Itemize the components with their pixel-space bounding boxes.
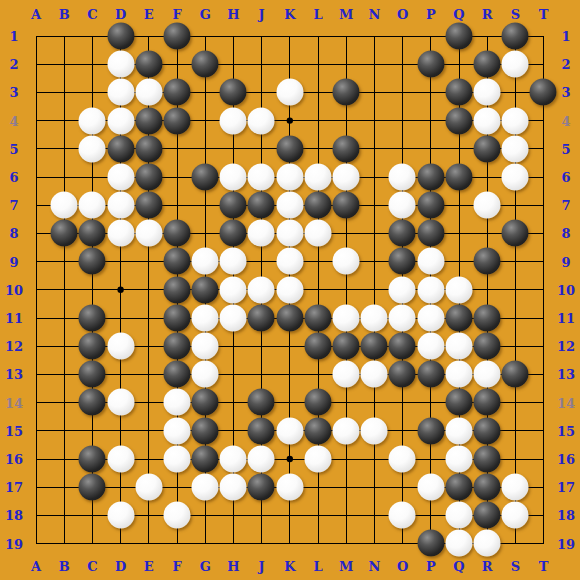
- intersection-O12[interactable]: [388, 332, 416, 360]
- intersection-T10[interactable]: [529, 276, 557, 304]
- intersection-Q12[interactable]: [445, 332, 473, 360]
- intersection-N2[interactable]: [360, 50, 388, 78]
- intersection-S10[interactable]: [501, 276, 529, 304]
- intersection-P15[interactable]: [417, 417, 445, 445]
- intersection-R11[interactable]: [473, 304, 501, 332]
- intersection-J1[interactable]: [247, 22, 275, 50]
- intersection-J15[interactable]: [247, 417, 275, 445]
- intersection-Q17[interactable]: [445, 473, 473, 501]
- intersection-K1[interactable]: [276, 22, 304, 50]
- intersection-A13[interactable]: [22, 360, 50, 388]
- intersection-K7[interactable]: [276, 191, 304, 219]
- intersection-E4[interactable]: [135, 106, 163, 134]
- intersection-N14[interactable]: [360, 388, 388, 416]
- intersection-C11[interactable]: [78, 304, 106, 332]
- intersection-M19[interactable]: [332, 529, 360, 557]
- intersection-Q16[interactable]: [445, 445, 473, 473]
- intersection-K17[interactable]: [276, 473, 304, 501]
- intersection-S14[interactable]: [501, 388, 529, 416]
- intersection-K18[interactable]: [276, 501, 304, 529]
- intersection-A10[interactable]: [22, 276, 50, 304]
- intersection-F9[interactable]: [163, 247, 191, 275]
- intersection-K13[interactable]: [276, 360, 304, 388]
- intersection-K12[interactable]: [276, 332, 304, 360]
- intersection-F19[interactable]: [163, 529, 191, 557]
- intersection-A12[interactable]: [22, 332, 50, 360]
- intersection-H12[interactable]: [219, 332, 247, 360]
- intersection-G18[interactable]: [191, 501, 219, 529]
- intersection-M2[interactable]: [332, 50, 360, 78]
- intersection-N17[interactable]: [360, 473, 388, 501]
- intersection-G1[interactable]: [191, 22, 219, 50]
- intersection-L18[interactable]: [304, 501, 332, 529]
- intersection-R17[interactable]: [473, 473, 501, 501]
- intersection-L8[interactable]: [304, 219, 332, 247]
- intersection-K3[interactable]: [276, 78, 304, 106]
- intersection-E17[interactable]: [135, 473, 163, 501]
- intersection-S11[interactable]: [501, 304, 529, 332]
- intersection-T14[interactable]: [529, 388, 557, 416]
- intersection-F5[interactable]: [163, 135, 191, 163]
- intersection-T19[interactable]: [529, 529, 557, 557]
- intersection-B17[interactable]: [50, 473, 78, 501]
- intersection-L15[interactable]: [304, 417, 332, 445]
- intersection-F4[interactable]: [163, 106, 191, 134]
- intersection-B15[interactable]: [50, 417, 78, 445]
- intersection-E7[interactable]: [135, 191, 163, 219]
- intersection-A7[interactable]: [22, 191, 50, 219]
- intersection-J4[interactable]: [247, 106, 275, 134]
- intersection-L4[interactable]: [304, 106, 332, 134]
- intersection-H8[interactable]: [219, 219, 247, 247]
- intersection-G12[interactable]: [191, 332, 219, 360]
- intersection-N18[interactable]: [360, 501, 388, 529]
- intersection-F8[interactable]: [163, 219, 191, 247]
- intersection-F18[interactable]: [163, 501, 191, 529]
- intersection-O3[interactable]: [388, 78, 416, 106]
- intersection-J3[interactable]: [247, 78, 275, 106]
- intersection-H1[interactable]: [219, 22, 247, 50]
- intersection-T8[interactable]: [529, 219, 557, 247]
- intersection-O9[interactable]: [388, 247, 416, 275]
- intersection-K10[interactable]: [276, 276, 304, 304]
- intersection-F11[interactable]: [163, 304, 191, 332]
- intersection-G10[interactable]: [191, 276, 219, 304]
- intersection-J10[interactable]: [247, 276, 275, 304]
- intersection-N19[interactable]: [360, 529, 388, 557]
- intersection-O17[interactable]: [388, 473, 416, 501]
- intersection-G19[interactable]: [191, 529, 219, 557]
- intersection-G8[interactable]: [191, 219, 219, 247]
- intersection-O1[interactable]: [388, 22, 416, 50]
- intersection-R15[interactable]: [473, 417, 501, 445]
- intersection-O18[interactable]: [388, 501, 416, 529]
- intersection-R4[interactable]: [473, 106, 501, 134]
- intersection-J14[interactable]: [247, 388, 275, 416]
- intersection-L12[interactable]: [304, 332, 332, 360]
- intersection-K11[interactable]: [276, 304, 304, 332]
- intersection-D3[interactable]: [106, 78, 134, 106]
- intersection-M7[interactable]: [332, 191, 360, 219]
- intersection-R6[interactable]: [473, 163, 501, 191]
- intersection-S19[interactable]: [501, 529, 529, 557]
- intersection-J13[interactable]: [247, 360, 275, 388]
- intersection-G7[interactable]: [191, 191, 219, 219]
- intersection-E19[interactable]: [135, 529, 163, 557]
- intersection-B13[interactable]: [50, 360, 78, 388]
- intersection-A18[interactable]: [22, 501, 50, 529]
- intersection-P7[interactable]: [417, 191, 445, 219]
- intersection-M12[interactable]: [332, 332, 360, 360]
- intersection-G2[interactable]: [191, 50, 219, 78]
- intersection-M6[interactable]: [332, 163, 360, 191]
- intersection-M11[interactable]: [332, 304, 360, 332]
- intersection-S12[interactable]: [501, 332, 529, 360]
- intersection-J16[interactable]: [247, 445, 275, 473]
- intersection-B7[interactable]: [50, 191, 78, 219]
- intersection-R18[interactable]: [473, 501, 501, 529]
- intersection-B4[interactable]: [50, 106, 78, 134]
- intersection-A15[interactable]: [22, 417, 50, 445]
- intersection-P1[interactable]: [417, 22, 445, 50]
- intersection-R2[interactable]: [473, 50, 501, 78]
- intersection-S7[interactable]: [501, 191, 529, 219]
- intersection-P5[interactable]: [417, 135, 445, 163]
- intersection-Q13[interactable]: [445, 360, 473, 388]
- intersection-R10[interactable]: [473, 276, 501, 304]
- intersection-K9[interactable]: [276, 247, 304, 275]
- intersection-S18[interactable]: [501, 501, 529, 529]
- intersection-A5[interactable]: [22, 135, 50, 163]
- intersection-J8[interactable]: [247, 219, 275, 247]
- intersection-M5[interactable]: [332, 135, 360, 163]
- intersection-C9[interactable]: [78, 247, 106, 275]
- intersection-M15[interactable]: [332, 417, 360, 445]
- intersection-N7[interactable]: [360, 191, 388, 219]
- intersection-P19[interactable]: [417, 529, 445, 557]
- intersection-E9[interactable]: [135, 247, 163, 275]
- intersection-E12[interactable]: [135, 332, 163, 360]
- intersection-C8[interactable]: [78, 219, 106, 247]
- intersection-M16[interactable]: [332, 445, 360, 473]
- intersection-P18[interactable]: [417, 501, 445, 529]
- intersection-K8[interactable]: [276, 219, 304, 247]
- intersection-A9[interactable]: [22, 247, 50, 275]
- intersection-C5[interactable]: [78, 135, 106, 163]
- intersection-Q6[interactable]: [445, 163, 473, 191]
- intersection-B16[interactable]: [50, 445, 78, 473]
- intersection-B2[interactable]: [50, 50, 78, 78]
- intersection-B6[interactable]: [50, 163, 78, 191]
- intersection-R8[interactable]: [473, 219, 501, 247]
- intersection-K5[interactable]: [276, 135, 304, 163]
- intersection-S6[interactable]: [501, 163, 529, 191]
- intersection-R19[interactable]: [473, 529, 501, 557]
- intersection-O2[interactable]: [388, 50, 416, 78]
- intersection-T1[interactable]: [529, 22, 557, 50]
- intersection-H2[interactable]: [219, 50, 247, 78]
- intersection-Q10[interactable]: [445, 276, 473, 304]
- intersection-T2[interactable]: [529, 50, 557, 78]
- intersection-Q9[interactable]: [445, 247, 473, 275]
- intersection-D19[interactable]: [106, 529, 134, 557]
- intersection-O7[interactable]: [388, 191, 416, 219]
- intersection-B12[interactable]: [50, 332, 78, 360]
- intersection-K6[interactable]: [276, 163, 304, 191]
- intersection-A6[interactable]: [22, 163, 50, 191]
- intersection-A1[interactable]: [22, 22, 50, 50]
- intersection-O5[interactable]: [388, 135, 416, 163]
- intersection-P2[interactable]: [417, 50, 445, 78]
- intersection-S1[interactable]: [501, 22, 529, 50]
- intersection-M4[interactable]: [332, 106, 360, 134]
- intersection-Q11[interactable]: [445, 304, 473, 332]
- intersection-C15[interactable]: [78, 417, 106, 445]
- intersection-J6[interactable]: [247, 163, 275, 191]
- intersection-S3[interactable]: [501, 78, 529, 106]
- intersection-L3[interactable]: [304, 78, 332, 106]
- intersection-O19[interactable]: [388, 529, 416, 557]
- intersection-D14[interactable]: [106, 388, 134, 416]
- intersection-F12[interactable]: [163, 332, 191, 360]
- intersection-O14[interactable]: [388, 388, 416, 416]
- intersection-P8[interactable]: [417, 219, 445, 247]
- intersection-H3[interactable]: [219, 78, 247, 106]
- intersection-L16[interactable]: [304, 445, 332, 473]
- intersection-C2[interactable]: [78, 50, 106, 78]
- intersection-Q5[interactable]: [445, 135, 473, 163]
- intersection-O10[interactable]: [388, 276, 416, 304]
- intersection-H11[interactable]: [219, 304, 247, 332]
- intersection-J17[interactable]: [247, 473, 275, 501]
- intersection-C10[interactable]: [78, 276, 106, 304]
- intersection-B14[interactable]: [50, 388, 78, 416]
- intersection-F1[interactable]: [163, 22, 191, 50]
- intersection-F13[interactable]: [163, 360, 191, 388]
- intersection-T15[interactable]: [529, 417, 557, 445]
- intersection-R5[interactable]: [473, 135, 501, 163]
- intersection-Q1[interactable]: [445, 22, 473, 50]
- intersection-O11[interactable]: [388, 304, 416, 332]
- intersection-Q15[interactable]: [445, 417, 473, 445]
- intersection-M3[interactable]: [332, 78, 360, 106]
- intersection-N1[interactable]: [360, 22, 388, 50]
- intersection-H9[interactable]: [219, 247, 247, 275]
- intersection-A4[interactable]: [22, 106, 50, 134]
- intersection-H15[interactable]: [219, 417, 247, 445]
- intersection-C17[interactable]: [78, 473, 106, 501]
- intersection-P17[interactable]: [417, 473, 445, 501]
- intersection-P16[interactable]: [417, 445, 445, 473]
- intersection-B3[interactable]: [50, 78, 78, 106]
- intersection-M10[interactable]: [332, 276, 360, 304]
- intersection-E3[interactable]: [135, 78, 163, 106]
- intersection-T7[interactable]: [529, 191, 557, 219]
- intersection-M18[interactable]: [332, 501, 360, 529]
- intersection-N16[interactable]: [360, 445, 388, 473]
- intersection-N5[interactable]: [360, 135, 388, 163]
- intersection-L19[interactable]: [304, 529, 332, 557]
- intersection-M17[interactable]: [332, 473, 360, 501]
- intersection-F3[interactable]: [163, 78, 191, 106]
- intersection-L9[interactable]: [304, 247, 332, 275]
- intersection-O13[interactable]: [388, 360, 416, 388]
- intersection-N3[interactable]: [360, 78, 388, 106]
- intersection-M1[interactable]: [332, 22, 360, 50]
- intersection-L7[interactable]: [304, 191, 332, 219]
- intersection-R7[interactable]: [473, 191, 501, 219]
- intersection-G5[interactable]: [191, 135, 219, 163]
- intersection-K4[interactable]: [276, 106, 304, 134]
- intersection-P6[interactable]: [417, 163, 445, 191]
- intersection-J19[interactable]: [247, 529, 275, 557]
- intersection-E2[interactable]: [135, 50, 163, 78]
- intersection-D2[interactable]: [106, 50, 134, 78]
- intersection-O8[interactable]: [388, 219, 416, 247]
- intersection-D7[interactable]: [106, 191, 134, 219]
- intersection-N12[interactable]: [360, 332, 388, 360]
- intersection-P12[interactable]: [417, 332, 445, 360]
- intersection-G6[interactable]: [191, 163, 219, 191]
- intersection-L11[interactable]: [304, 304, 332, 332]
- intersection-A11[interactable]: [22, 304, 50, 332]
- intersection-K19[interactable]: [276, 529, 304, 557]
- intersection-T12[interactable]: [529, 332, 557, 360]
- intersection-S16[interactable]: [501, 445, 529, 473]
- intersection-K2[interactable]: [276, 50, 304, 78]
- intersection-F6[interactable]: [163, 163, 191, 191]
- intersection-C19[interactable]: [78, 529, 106, 557]
- intersection-M9[interactable]: [332, 247, 360, 275]
- intersection-S8[interactable]: [501, 219, 529, 247]
- intersection-A2[interactable]: [22, 50, 50, 78]
- intersection-H14[interactable]: [219, 388, 247, 416]
- intersection-D15[interactable]: [106, 417, 134, 445]
- intersection-G16[interactable]: [191, 445, 219, 473]
- intersection-T11[interactable]: [529, 304, 557, 332]
- intersection-E5[interactable]: [135, 135, 163, 163]
- intersection-L14[interactable]: [304, 388, 332, 416]
- intersection-F7[interactable]: [163, 191, 191, 219]
- intersection-Q2[interactable]: [445, 50, 473, 78]
- intersection-B5[interactable]: [50, 135, 78, 163]
- intersection-H4[interactable]: [219, 106, 247, 134]
- intersection-A3[interactable]: [22, 78, 50, 106]
- intersection-D11[interactable]: [106, 304, 134, 332]
- intersection-O6[interactable]: [388, 163, 416, 191]
- intersection-D17[interactable]: [106, 473, 134, 501]
- intersection-S9[interactable]: [501, 247, 529, 275]
- intersection-K16[interactable]: [276, 445, 304, 473]
- intersection-P3[interactable]: [417, 78, 445, 106]
- intersection-J11[interactable]: [247, 304, 275, 332]
- intersection-C7[interactable]: [78, 191, 106, 219]
- intersection-J5[interactable]: [247, 135, 275, 163]
- intersection-P10[interactable]: [417, 276, 445, 304]
- intersection-Q18[interactable]: [445, 501, 473, 529]
- intersection-L17[interactable]: [304, 473, 332, 501]
- intersection-H10[interactable]: [219, 276, 247, 304]
- intersection-C14[interactable]: [78, 388, 106, 416]
- intersection-J9[interactable]: [247, 247, 275, 275]
- intersection-E13[interactable]: [135, 360, 163, 388]
- intersection-F14[interactable]: [163, 388, 191, 416]
- intersection-R9[interactable]: [473, 247, 501, 275]
- intersection-C4[interactable]: [78, 106, 106, 134]
- intersection-A19[interactable]: [22, 529, 50, 557]
- intersection-D6[interactable]: [106, 163, 134, 191]
- intersection-R12[interactable]: [473, 332, 501, 360]
- intersection-O15[interactable]: [388, 417, 416, 445]
- intersection-P11[interactable]: [417, 304, 445, 332]
- intersection-H13[interactable]: [219, 360, 247, 388]
- intersection-N13[interactable]: [360, 360, 388, 388]
- intersection-T4[interactable]: [529, 106, 557, 134]
- intersection-K14[interactable]: [276, 388, 304, 416]
- intersection-C6[interactable]: [78, 163, 106, 191]
- intersection-L2[interactable]: [304, 50, 332, 78]
- intersection-N6[interactable]: [360, 163, 388, 191]
- intersection-S15[interactable]: [501, 417, 529, 445]
- intersection-F17[interactable]: [163, 473, 191, 501]
- intersection-M14[interactable]: [332, 388, 360, 416]
- intersection-C12[interactable]: [78, 332, 106, 360]
- intersection-T3[interactable]: [529, 78, 557, 106]
- intersection-A17[interactable]: [22, 473, 50, 501]
- intersection-M8[interactable]: [332, 219, 360, 247]
- intersection-L1[interactable]: [304, 22, 332, 50]
- intersection-Q3[interactable]: [445, 78, 473, 106]
- intersection-T16[interactable]: [529, 445, 557, 473]
- intersection-T5[interactable]: [529, 135, 557, 163]
- intersection-C13[interactable]: [78, 360, 106, 388]
- intersection-O4[interactable]: [388, 106, 416, 134]
- intersection-H19[interactable]: [219, 529, 247, 557]
- intersection-T6[interactable]: [529, 163, 557, 191]
- intersection-R3[interactable]: [473, 78, 501, 106]
- intersection-O16[interactable]: [388, 445, 416, 473]
- intersection-L5[interactable]: [304, 135, 332, 163]
- intersection-H5[interactable]: [219, 135, 247, 163]
- intersection-J18[interactable]: [247, 501, 275, 529]
- intersection-A14[interactable]: [22, 388, 50, 416]
- intersection-J7[interactable]: [247, 191, 275, 219]
- intersection-D4[interactable]: [106, 106, 134, 134]
- intersection-G13[interactable]: [191, 360, 219, 388]
- intersection-B18[interactable]: [50, 501, 78, 529]
- intersection-P4[interactable]: [417, 106, 445, 134]
- intersection-T9[interactable]: [529, 247, 557, 275]
- intersection-J12[interactable]: [247, 332, 275, 360]
- intersection-B10[interactable]: [50, 276, 78, 304]
- intersection-A8[interactable]: [22, 219, 50, 247]
- intersection-E1[interactable]: [135, 22, 163, 50]
- intersection-H18[interactable]: [219, 501, 247, 529]
- intersection-E10[interactable]: [135, 276, 163, 304]
- intersection-H7[interactable]: [219, 191, 247, 219]
- intersection-D8[interactable]: [106, 219, 134, 247]
- intersection-K15[interactable]: [276, 417, 304, 445]
- intersection-B9[interactable]: [50, 247, 78, 275]
- intersection-N11[interactable]: [360, 304, 388, 332]
- intersection-H6[interactable]: [219, 163, 247, 191]
- intersection-H16[interactable]: [219, 445, 247, 473]
- intersection-F10[interactable]: [163, 276, 191, 304]
- intersection-R1[interactable]: [473, 22, 501, 50]
- intersection-B1[interactable]: [50, 22, 78, 50]
- intersection-L6[interactable]: [304, 163, 332, 191]
- intersection-R14[interactable]: [473, 388, 501, 416]
